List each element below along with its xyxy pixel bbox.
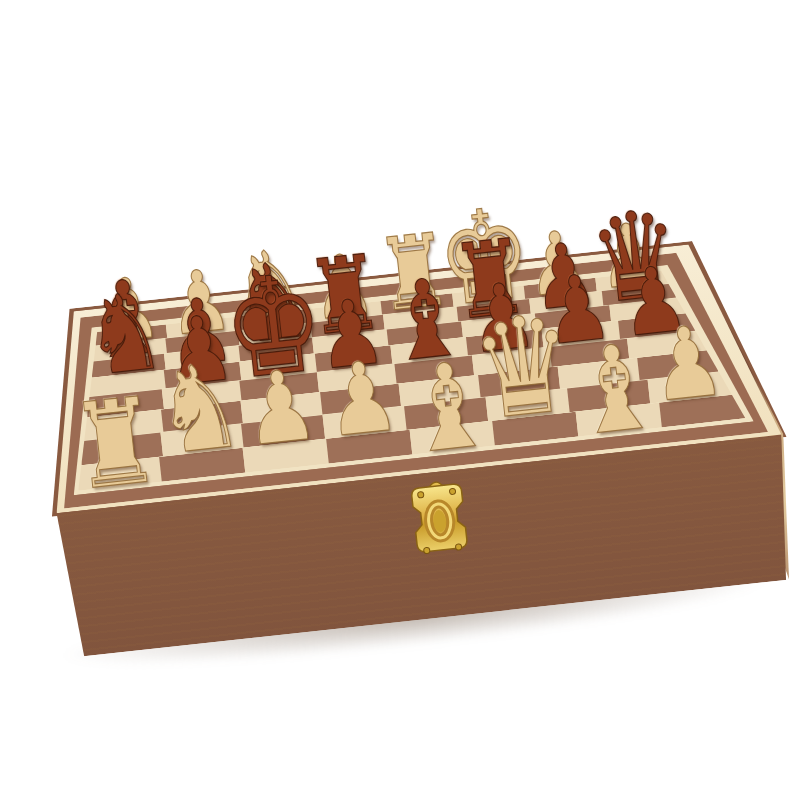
piece-white-n-b2[interactable]: ♞	[150, 346, 248, 472]
chess-box: ♟♟♞♟♜♚♟♟♝♞♜♜♟♛♞♟♟♚♟♝♟♟♟♞♟♟♛♟♜♝♝	[0, 229, 800, 731]
clasp-latch-icon[interactable]	[404, 471, 475, 563]
product-photo-stage: ♟♟♞♟♜♚♟♟♝♞♜♜♟♛♞♟♟♚♟♝♟♟♟♞♟♟♛♟♜♝♝	[0, 0, 800, 800]
piece-white-b-g1[interactable]: ♝	[566, 326, 665, 453]
piece-white-p-c2[interactable]: ♟	[240, 355, 322, 460]
piece-white-r-a1[interactable]: ♜	[66, 380, 165, 507]
piece-white-b-e1[interactable]: ♝	[399, 344, 498, 471]
pieces-layer: ♟♟♞♟♜♚♟♟♝♞♜♜♟♛♞♟♟♚♟♝♟♟♟♞♟♟♛♟♜♝♝	[0, 229, 800, 731]
piece-white-p-d2[interactable]: ♟	[321, 346, 403, 451]
